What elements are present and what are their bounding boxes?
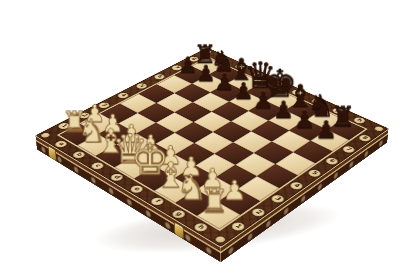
black-pawn-c7[interactable]: ♟ [214, 71, 234, 94]
brass-latch-left[interactable] [49, 146, 56, 160]
black-pawn-g7[interactable]: ♟ [293, 108, 315, 132]
black-pawn-e7[interactable]: ♟ [252, 89, 273, 112]
board-grid: ♜♞♝♛♚♝♞♜♟♟♟♟♟♟♟♟♟♟♟♟♟♟♟♟♜♞♝♛♚♝♞♜ [60, 58, 365, 229]
black-pawn-d7[interactable]: ♟ [233, 80, 254, 103]
frame-corner-rosette [373, 126, 384, 132]
black-pawn-f7[interactable]: ♟ [273, 98, 294, 122]
board-frame: ♜♞♝♛♚♝♞♜♟♟♟♟♟♟♟♟♟♟♟♟♟♟♟♟♜♞♝♛♚♝♞♜ aa88bb7… [35, 48, 388, 247]
chess-set-photo: ♜♞♝♛♚♝♞♜♟♟♟♟♟♟♟♟♟♟♟♟♟♟♟♟♜♞♝♛♚♝♞♜ aa88bb7… [0, 0, 420, 280]
frame-corner-rosette [40, 132, 51, 138]
black-pawn-a7[interactable]: ♟ [178, 54, 198, 76]
scene: ♜♞♝♛♚♝♞♜♟♟♟♟♟♟♟♟♟♟♟♟♟♟♟♟♜♞♝♛♚♝♞♜ aa88bb7… [0, 0, 420, 280]
black-pawn-h7[interactable]: ♟ [315, 118, 337, 142]
board-inner-edge: ♜♞♝♛♚♝♞♜♟♟♟♟♟♟♟♟♟♟♟♟♟♟♟♟♜♞♝♛♚♝♞♜ [57, 56, 368, 231]
brass-latch-right[interactable] [175, 223, 183, 239]
white-rook-h1[interactable]: ♜ [199, 186, 228, 218]
black-pawn-b7[interactable]: ♟ [196, 63, 216, 85]
chess-board: ♜♞♝♛♚♝♞♜♟♟♟♟♟♟♟♟♟♟♟♟♟♟♟♟♜♞♝♛♚♝♞♜ aa88bb7… [35, 48, 388, 247]
